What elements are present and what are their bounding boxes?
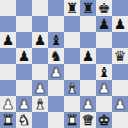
black-bishop: ♝ — [50, 32, 63, 48]
square-g4[interactable]: ♝ — [96, 64, 112, 80]
square-b4[interactable] — [16, 64, 32, 80]
square-b5[interactable]: ♟ — [16, 48, 32, 64]
square-g3[interactable]: ♟ — [96, 80, 112, 96]
square-d8[interactable] — [48, 0, 64, 16]
white-pawn: ♟ — [2, 96, 15, 112]
square-e6[interactable] — [64, 32, 80, 48]
square-c6[interactable]: ♟ — [32, 32, 48, 48]
white-knight: ♞ — [18, 112, 31, 128]
square-h3[interactable] — [112, 80, 128, 96]
square-d7[interactable] — [48, 16, 64, 32]
square-f1[interactable]: ♛ — [80, 112, 96, 128]
square-a8[interactable] — [0, 0, 16, 16]
square-e4[interactable] — [64, 64, 80, 80]
square-b8[interactable] — [16, 0, 32, 16]
square-g1[interactable]: ♚ — [96, 112, 112, 128]
square-f8[interactable]: ♜ — [80, 0, 96, 16]
square-a7[interactable] — [0, 16, 16, 32]
white-pawn: ♟ — [18, 96, 31, 112]
square-e1[interactable]: ♜ — [64, 112, 80, 128]
white-rook: ♜ — [66, 112, 79, 128]
black-rook: ♜ — [66, 0, 79, 16]
square-f2[interactable]: ♟ — [80, 96, 96, 112]
black-pawn: ♟ — [114, 16, 127, 32]
square-e2[interactable] — [64, 96, 80, 112]
chess-board: ♜♜♚♟♟♟♟♝♟♞♟♛♟♝♟♝♟♟♟♝♟♟♜♞♜♛♚ — [0, 0, 128, 128]
black-pawn: ♟ — [82, 48, 95, 64]
square-d2[interactable] — [48, 96, 64, 112]
white-pawn: ♟ — [34, 80, 47, 96]
square-a3[interactable] — [0, 80, 16, 96]
square-a2[interactable]: ♟ — [0, 96, 16, 112]
white-king: ♚ — [98, 112, 111, 128]
square-e3[interactable]: ♝ — [64, 80, 80, 96]
square-a4[interactable] — [0, 64, 16, 80]
square-h4[interactable] — [112, 64, 128, 80]
square-g2[interactable] — [96, 96, 112, 112]
black-queen: ♛ — [114, 48, 127, 64]
square-g6[interactable] — [96, 32, 112, 48]
square-h1[interactable] — [112, 112, 128, 128]
white-rook: ♜ — [2, 112, 15, 128]
square-c3[interactable]: ♟ — [32, 80, 48, 96]
white-pawn: ♟ — [98, 80, 111, 96]
square-c4[interactable] — [32, 64, 48, 80]
white-pawn: ♟ — [50, 64, 63, 80]
square-c5[interactable] — [32, 48, 48, 64]
square-c7[interactable] — [32, 16, 48, 32]
square-f7[interactable] — [80, 16, 96, 32]
black-bishop: ♝ — [98, 64, 111, 80]
square-d3[interactable] — [48, 80, 64, 96]
black-rook: ♜ — [82, 0, 95, 16]
square-b7[interactable] — [16, 16, 32, 32]
square-b6[interactable] — [16, 32, 32, 48]
square-g8[interactable]: ♚ — [96, 0, 112, 16]
square-d4[interactable]: ♟ — [48, 64, 64, 80]
square-f5[interactable]: ♟ — [80, 48, 96, 64]
square-c1[interactable] — [32, 112, 48, 128]
square-a1[interactable]: ♜ — [0, 112, 16, 128]
square-f3[interactable] — [80, 80, 96, 96]
square-b3[interactable] — [16, 80, 32, 96]
white-pawn: ♟ — [114, 96, 127, 112]
square-h8[interactable] — [112, 0, 128, 16]
square-c2[interactable]: ♝ — [32, 96, 48, 112]
square-f4[interactable] — [80, 64, 96, 80]
square-h7[interactable]: ♟ — [112, 16, 128, 32]
square-b2[interactable]: ♟ — [16, 96, 32, 112]
square-h5[interactable]: ♛ — [112, 48, 128, 64]
white-bishop: ♝ — [66, 80, 79, 96]
black-king: ♚ — [98, 0, 111, 16]
black-pawn: ♟ — [18, 48, 31, 64]
square-e8[interactable]: ♜ — [64, 0, 80, 16]
square-b1[interactable]: ♞ — [16, 112, 32, 128]
square-e7[interactable] — [64, 16, 80, 32]
white-pawn: ♟ — [82, 96, 95, 112]
square-h6[interactable] — [112, 32, 128, 48]
square-d5[interactable]: ♞ — [48, 48, 64, 64]
square-h2[interactable]: ♟ — [112, 96, 128, 112]
white-bishop: ♝ — [34, 96, 47, 112]
square-c8[interactable] — [32, 0, 48, 16]
black-pawn: ♟ — [98, 16, 111, 32]
black-pawn: ♟ — [2, 32, 15, 48]
square-a5[interactable] — [0, 48, 16, 64]
black-knight: ♞ — [50, 48, 63, 64]
square-d1[interactable] — [48, 112, 64, 128]
square-a6[interactable]: ♟ — [0, 32, 16, 48]
square-g7[interactable]: ♟ — [96, 16, 112, 32]
square-f6[interactable] — [80, 32, 96, 48]
square-d6[interactable]: ♝ — [48, 32, 64, 48]
white-queen: ♛ — [82, 112, 95, 128]
square-e5[interactable] — [64, 48, 80, 64]
square-g5[interactable] — [96, 48, 112, 64]
black-pawn: ♟ — [34, 32, 47, 48]
